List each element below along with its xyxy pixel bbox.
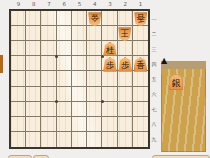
- board-cell[interactable]: [26, 11, 41, 26]
- hand-piece[interactable]: 銀: [169, 74, 183, 90]
- board-cell[interactable]: [102, 11, 117, 26]
- sente-komadai: 銀: [161, 61, 206, 152]
- board-cell[interactable]: [102, 117, 117, 132]
- board-cell[interactable]: [11, 117, 26, 132]
- board-cell[interactable]: [118, 11, 133, 26]
- file-label: 7: [44, 1, 54, 8]
- board-cell[interactable]: [41, 56, 56, 71]
- rank-label: 九: [150, 136, 158, 142]
- board-cell[interactable]: [133, 87, 148, 102]
- board-cell[interactable]: [72, 11, 87, 26]
- board-cell[interactable]: [118, 102, 133, 117]
- bottom-button-mid[interactable]: [33, 155, 49, 158]
- rank-label: 五: [150, 76, 158, 82]
- board-cell[interactable]: [118, 71, 133, 86]
- board-cell[interactable]: [72, 41, 87, 56]
- board-cell[interactable]: [72, 102, 87, 117]
- board-cell[interactable]: [26, 56, 41, 71]
- piece-glyph: 王: [121, 29, 130, 38]
- bottom-button-right[interactable]: [152, 155, 210, 158]
- board-cell[interactable]: [118, 132, 133, 147]
- board-cell[interactable]: [57, 71, 72, 86]
- board-cell[interactable]: [57, 56, 72, 71]
- board-cell[interactable]: [11, 11, 26, 26]
- piece-glyph: 金: [90, 14, 99, 23]
- star-point: [101, 55, 104, 58]
- board-cell[interactable]: [133, 102, 148, 117]
- file-label: 9: [14, 1, 24, 8]
- board-cell[interactable]: [102, 102, 117, 117]
- board-cell[interactable]: [72, 132, 87, 147]
- board-cell[interactable]: [72, 117, 87, 132]
- board-cell[interactable]: [11, 102, 26, 117]
- board-cell[interactable]: [11, 56, 26, 71]
- rank-label: 二: [150, 31, 158, 37]
- board-cell[interactable]: [26, 117, 41, 132]
- board-cell[interactable]: [11, 87, 26, 102]
- piece-glyph: 桂: [106, 46, 115, 55]
- board-cell[interactable]: [57, 11, 72, 26]
- board-cell[interactable]: [11, 132, 26, 147]
- rank-label: 一: [150, 16, 158, 22]
- piece-glyph: 香: [136, 14, 145, 23]
- file-label: 8: [29, 1, 39, 8]
- board-cell[interactable]: [11, 71, 26, 86]
- left-edge-cutoff: [0, 55, 3, 73]
- shogi-board: 金香王桂歩歩香: [9, 9, 150, 149]
- rank-label: 六: [150, 91, 158, 97]
- rank-label: 七: [150, 106, 158, 112]
- rank-label: 四: [150, 61, 158, 67]
- board-cell[interactable]: [72, 26, 87, 41]
- file-label: 1: [135, 1, 145, 8]
- board-cell[interactable]: [72, 56, 87, 71]
- piece-glyph: 香: [136, 61, 145, 70]
- board-cell[interactable]: [87, 26, 102, 41]
- board-cell[interactable]: [41, 117, 56, 132]
- file-label: 6: [59, 1, 69, 8]
- board-cell[interactable]: [41, 41, 56, 56]
- board-cell[interactable]: [102, 26, 117, 41]
- board-cell[interactable]: [41, 11, 56, 26]
- piece-glyph: 歩: [106, 61, 115, 70]
- board-cell[interactable]: [41, 132, 56, 147]
- board-cell[interactable]: [102, 87, 117, 102]
- board-cell[interactable]: [118, 87, 133, 102]
- star-point: [101, 100, 104, 103]
- board-cell[interactable]: [72, 87, 87, 102]
- file-label: 4: [90, 1, 100, 8]
- board-cell[interactable]: [87, 56, 102, 71]
- board-cell[interactable]: [133, 41, 148, 56]
- board-cell[interactable]: [41, 87, 56, 102]
- board-cell[interactable]: [57, 41, 72, 56]
- board-cell[interactable]: [133, 71, 148, 86]
- board-cell[interactable]: [133, 132, 148, 147]
- board-cell[interactable]: [102, 71, 117, 86]
- board-cell[interactable]: [133, 26, 148, 41]
- board-cell[interactable]: [118, 41, 133, 56]
- shogi-widget: 金香王桂歩歩香 987654321 一二三四五六七八九 銀 ▲: [0, 0, 210, 158]
- board-cell[interactable]: [87, 41, 102, 56]
- board-cell[interactable]: [11, 26, 26, 41]
- file-label: 5: [75, 1, 85, 8]
- board-cell[interactable]: [133, 117, 148, 132]
- board-cell[interactable]: [26, 102, 41, 117]
- board-cell[interactable]: [26, 41, 41, 56]
- komadai-header: [161, 61, 206, 69]
- board-cell[interactable]: [102, 132, 117, 147]
- board-cell[interactable]: [57, 102, 72, 117]
- board-cell[interactable]: [87, 102, 102, 117]
- board-cell[interactable]: [11, 41, 26, 56]
- bottom-button-left[interactable]: [8, 155, 32, 158]
- board-cell[interactable]: [57, 117, 72, 132]
- board-cell[interactable]: [57, 87, 72, 102]
- board-cell[interactable]: [26, 26, 41, 41]
- board-cell[interactable]: [87, 71, 102, 86]
- board-cell[interactable]: [26, 132, 41, 147]
- board-cell[interactable]: [87, 87, 102, 102]
- board-cell[interactable]: [118, 117, 133, 132]
- board-cell[interactable]: [26, 71, 41, 86]
- piece-glyph: 歩: [121, 61, 130, 70]
- board-cell[interactable]: [87, 132, 102, 147]
- board-cell[interactable]: [87, 117, 102, 132]
- board-cell[interactable]: [57, 132, 72, 147]
- sente-marker-icon: ▲: [161, 56, 167, 65]
- board-cell[interactable]: [57, 26, 72, 41]
- file-label: 3: [105, 1, 115, 8]
- board-cell[interactable]: [41, 71, 56, 86]
- rank-label: 八: [150, 121, 158, 127]
- piece-glyph: 銀: [172, 79, 181, 88]
- star-point: [55, 55, 58, 58]
- board-cell[interactable]: [41, 102, 56, 117]
- rank-label: 三: [150, 46, 158, 52]
- board-cell[interactable]: [72, 71, 87, 86]
- board-cell[interactable]: [41, 26, 56, 41]
- file-label: 2: [120, 1, 130, 8]
- board-cell[interactable]: [26, 87, 41, 102]
